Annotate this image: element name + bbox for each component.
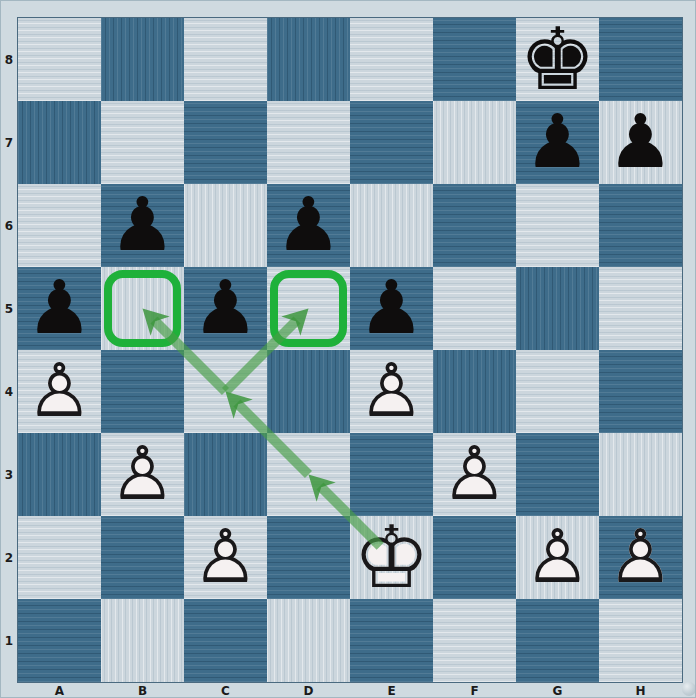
file-label-F: F <box>433 683 516 698</box>
square-a3[interactable] <box>18 433 101 516</box>
square-f8[interactable] <box>433 18 516 101</box>
square-g3[interactable] <box>516 433 599 516</box>
square-f2[interactable] <box>433 516 516 599</box>
square-h3[interactable] <box>599 433 682 516</box>
square-e6[interactable] <box>350 184 433 267</box>
white-king[interactable]: ♚♔ <box>350 516 433 599</box>
square-a7[interactable] <box>18 101 101 184</box>
square-g8[interactable]: ♚ <box>516 18 599 101</box>
square-g6[interactable] <box>516 184 599 267</box>
square-h8[interactable] <box>599 18 682 101</box>
rank-label-1: 1 <box>1 599 17 682</box>
square-c3[interactable] <box>184 433 267 516</box>
square-g7[interactable]: ♟ <box>516 101 599 184</box>
square-a2[interactable] <box>18 516 101 599</box>
square-b4[interactable] <box>101 350 184 433</box>
square-b3[interactable]: ♟♙ <box>101 433 184 516</box>
chess-app-window: ♚♟♟♟♟♟♟♟♟♙♟♙♟♙♟♙♟♙♚♔♟♙♟♙ 87654321ABCDEFG… <box>0 0 696 698</box>
highlight-d5 <box>270 270 347 347</box>
black-pawn[interactable]: ♟ <box>350 267 433 350</box>
white-pawn[interactable]: ♟♙ <box>18 350 101 433</box>
square-e4[interactable]: ♟♙ <box>350 350 433 433</box>
square-f1[interactable] <box>433 599 516 682</box>
square-e5[interactable]: ♟ <box>350 267 433 350</box>
white-pawn[interactable]: ♟♙ <box>184 516 267 599</box>
square-h4[interactable] <box>599 350 682 433</box>
white-pawn[interactable]: ♟♙ <box>516 516 599 599</box>
square-g5[interactable] <box>516 267 599 350</box>
square-a6[interactable] <box>18 184 101 267</box>
square-b5[interactable] <box>101 267 184 350</box>
file-label-G: G <box>516 683 599 698</box>
square-f7[interactable] <box>433 101 516 184</box>
chess-board: ♚♟♟♟♟♟♟♟♟♙♟♙♟♙♟♙♟♙♚♔♟♙♟♙ <box>18 18 682 682</box>
black-pawn[interactable]: ♟ <box>101 184 184 267</box>
white-pawn[interactable]: ♟♙ <box>599 516 682 599</box>
black-king[interactable]: ♚ <box>516 18 599 101</box>
square-c6[interactable] <box>184 184 267 267</box>
black-pawn[interactable]: ♟ <box>599 101 682 184</box>
file-label-E: E <box>350 683 433 698</box>
square-b2[interactable] <box>101 516 184 599</box>
square-f4[interactable] <box>433 350 516 433</box>
square-c1[interactable] <box>184 599 267 682</box>
square-h1[interactable] <box>599 599 682 682</box>
black-pawn[interactable]: ♟ <box>18 267 101 350</box>
white-pawn[interactable]: ♟♙ <box>433 433 516 516</box>
file-label-D: D <box>267 683 350 698</box>
square-c4[interactable] <box>184 350 267 433</box>
square-h5[interactable] <box>599 267 682 350</box>
rank-label-3: 3 <box>1 433 17 516</box>
square-c7[interactable] <box>184 101 267 184</box>
square-e7[interactable] <box>350 101 433 184</box>
rank-label-7: 7 <box>1 101 17 184</box>
square-d4[interactable] <box>267 350 350 433</box>
square-h7[interactable]: ♟ <box>599 101 682 184</box>
rank-label-8: 8 <box>1 18 17 101</box>
square-d3[interactable] <box>267 433 350 516</box>
file-label-B: B <box>101 683 184 698</box>
highlight-b5 <box>104 270 181 347</box>
square-e2[interactable]: ♚♔ <box>350 516 433 599</box>
square-d6[interactable]: ♟ <box>267 184 350 267</box>
black-pawn[interactable]: ♟ <box>184 267 267 350</box>
square-e8[interactable] <box>350 18 433 101</box>
square-b7[interactable] <box>101 101 184 184</box>
square-h2[interactable]: ♟♙ <box>599 516 682 599</box>
square-d8[interactable] <box>267 18 350 101</box>
file-label-C: C <box>184 683 267 698</box>
square-b6[interactable]: ♟ <box>101 184 184 267</box>
square-b8[interactable] <box>101 18 184 101</box>
square-c5[interactable]: ♟ <box>184 267 267 350</box>
square-f5[interactable] <box>433 267 516 350</box>
rank-label-2: 2 <box>1 516 17 599</box>
black-pawn[interactable]: ♟ <box>516 101 599 184</box>
square-a1[interactable] <box>18 599 101 682</box>
rank-label-6: 6 <box>1 184 17 267</box>
square-h6[interactable] <box>599 184 682 267</box>
square-e3[interactable] <box>350 433 433 516</box>
square-e1[interactable] <box>350 599 433 682</box>
square-c8[interactable] <box>184 18 267 101</box>
file-label-A: A <box>18 683 101 698</box>
square-d5[interactable] <box>267 267 350 350</box>
white-pawn[interactable]: ♟♙ <box>350 350 433 433</box>
square-b1[interactable] <box>101 599 184 682</box>
square-a4[interactable]: ♟♙ <box>18 350 101 433</box>
resize-gripper-icon[interactable] <box>682 682 696 696</box>
square-g4[interactable] <box>516 350 599 433</box>
rank-label-5: 5 <box>1 267 17 350</box>
square-d2[interactable] <box>267 516 350 599</box>
square-d7[interactable] <box>267 101 350 184</box>
file-label-H: H <box>599 683 682 698</box>
square-g2[interactable]: ♟♙ <box>516 516 599 599</box>
square-f6[interactable] <box>433 184 516 267</box>
square-c2[interactable]: ♟♙ <box>184 516 267 599</box>
rank-label-4: 4 <box>1 350 17 433</box>
square-a5[interactable]: ♟ <box>18 267 101 350</box>
white-pawn[interactable]: ♟♙ <box>101 433 184 516</box>
square-d1[interactable] <box>267 599 350 682</box>
square-a8[interactable] <box>18 18 101 101</box>
square-g1[interactable] <box>516 599 599 682</box>
black-pawn[interactable]: ♟ <box>267 184 350 267</box>
square-f3[interactable]: ♟♙ <box>433 433 516 516</box>
